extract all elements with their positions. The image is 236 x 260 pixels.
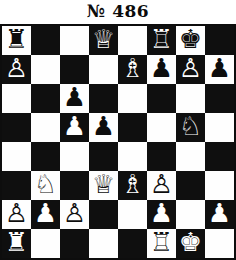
piece-black-rook: ♜ [5, 26, 28, 54]
piece-black-bishop: ♗ [121, 171, 144, 199]
square-h8 [205, 26, 234, 55]
square-a7: ♙ [2, 55, 31, 84]
square-b1 [31, 229, 60, 258]
square-c1 [60, 229, 89, 258]
piece-white-pawn: ♟ [63, 113, 86, 141]
square-d5: ♟ [89, 113, 118, 142]
square-b3: ♘ [31, 171, 60, 200]
square-h3 [205, 171, 234, 200]
square-e6 [118, 84, 147, 113]
piece-black-queen: ♕ [92, 26, 115, 54]
square-b5 [31, 113, 60, 142]
page: № 486 ♜♕♖♚♙♗♟♙♟♟♟♟♘♘♕♗♙♙♟♙♟♟♜♖♚ [0, 0, 236, 260]
square-f4 [147, 142, 176, 171]
piece-white-pawn: ♟ [208, 200, 231, 228]
square-h7: ♟ [205, 55, 234, 84]
piece-black-pawn: ♟ [63, 84, 86, 112]
square-g8: ♚ [176, 26, 205, 55]
piece-white-rook: ♖ [150, 229, 173, 257]
square-b4 [31, 142, 60, 171]
piece-white-pawn: ♙ [150, 171, 173, 199]
square-e5 [118, 113, 147, 142]
square-g3 [176, 171, 205, 200]
square-e8 [118, 26, 147, 55]
piece-black-pawn: ♟ [92, 113, 115, 141]
piece-white-rook: ♜ [5, 229, 28, 257]
square-c6: ♟ [60, 84, 89, 113]
square-f7: ♟ [147, 55, 176, 84]
square-b6 [31, 84, 60, 113]
square-c5: ♟ [60, 113, 89, 142]
square-a5 [2, 113, 31, 142]
square-d2 [89, 200, 118, 229]
square-a2: ♙ [2, 200, 31, 229]
piece-white-pawn: ♟ [34, 200, 57, 228]
piece-white-queen: ♕ [92, 171, 115, 199]
piece-black-king: ♚ [179, 26, 202, 54]
square-b7 [31, 55, 60, 84]
square-a4 [2, 142, 31, 171]
square-h2: ♟ [205, 200, 234, 229]
square-d3: ♕ [89, 171, 118, 200]
square-f6 [147, 84, 176, 113]
piece-black-rook: ♖ [150, 26, 173, 54]
square-g4 [176, 142, 205, 171]
square-e1 [118, 229, 147, 258]
square-b2: ♟ [31, 200, 60, 229]
piece-black-pawn: ♙ [5, 55, 28, 83]
square-g6 [176, 84, 205, 113]
square-h6 [205, 84, 234, 113]
square-c3 [60, 171, 89, 200]
square-a6 [2, 84, 31, 113]
square-e3: ♗ [118, 171, 147, 200]
square-f2: ♟ [147, 200, 176, 229]
piece-white-pawn: ♙ [5, 200, 28, 228]
square-a3 [2, 171, 31, 200]
square-a8: ♜ [2, 26, 31, 55]
square-h5 [205, 113, 234, 142]
piece-black-pawn: ♟ [208, 55, 231, 83]
square-f3: ♙ [147, 171, 176, 200]
piece-white-pawn: ♟ [150, 200, 173, 228]
square-d4 [89, 142, 118, 171]
piece-black-knight: ♘ [179, 113, 202, 141]
piece-black-pawn: ♙ [179, 55, 202, 83]
square-g1: ♚ [176, 229, 205, 258]
square-d6 [89, 84, 118, 113]
square-c7 [60, 55, 89, 84]
square-g7: ♙ [176, 55, 205, 84]
square-e2 [118, 200, 147, 229]
piece-white-pawn: ♙ [63, 200, 86, 228]
piece-white-king: ♚ [179, 229, 202, 257]
square-f1: ♖ [147, 229, 176, 258]
square-c2: ♙ [60, 200, 89, 229]
square-h4 [205, 142, 234, 171]
square-b8 [31, 26, 60, 55]
square-d7 [89, 55, 118, 84]
square-a1: ♜ [2, 229, 31, 258]
square-f5 [147, 113, 176, 142]
piece-white-knight: ♘ [34, 171, 57, 199]
square-d1 [89, 229, 118, 258]
puzzle-number: № 486 [0, 0, 236, 24]
square-c8 [60, 26, 89, 55]
square-g5: ♘ [176, 113, 205, 142]
square-d8: ♕ [89, 26, 118, 55]
square-h1 [205, 229, 234, 258]
square-g2 [176, 200, 205, 229]
square-e7: ♗ [118, 55, 147, 84]
piece-black-bishop: ♗ [121, 55, 144, 83]
square-c4 [60, 142, 89, 171]
square-f8: ♖ [147, 26, 176, 55]
chess-board: ♜♕♖♚♙♗♟♙♟♟♟♟♘♘♕♗♙♙♟♙♟♟♜♖♚ [0, 24, 236, 260]
piece-black-pawn: ♟ [150, 55, 173, 83]
square-e4 [118, 142, 147, 171]
